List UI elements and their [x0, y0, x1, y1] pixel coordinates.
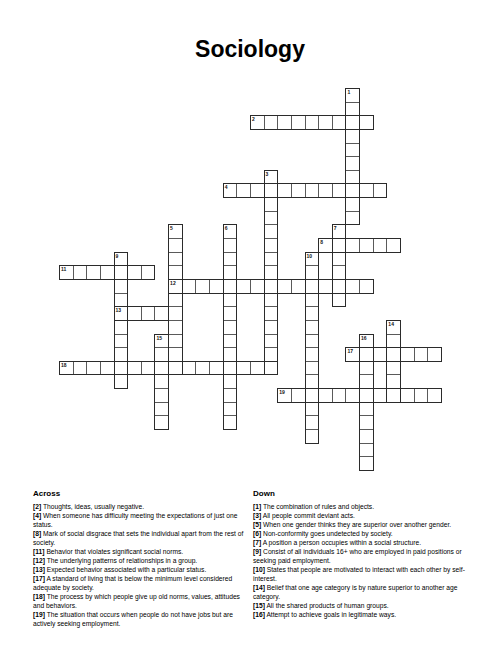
grid-cell[interactable] — [318, 279, 333, 294]
grid-cell[interactable] — [277, 279, 292, 294]
grid-cell[interactable] — [223, 183, 238, 198]
grid-cell[interactable] — [318, 388, 333, 403]
clue-item: [11] Behavior that violates significant … — [33, 547, 245, 556]
grid-cell[interactable] — [236, 183, 251, 198]
grid-cell[interactable] — [264, 224, 279, 239]
grid-cell[interactable] — [264, 279, 279, 294]
clue-text: Non-conformity goes undetected by societ… — [261, 530, 392, 537]
grid-cell[interactable] — [386, 238, 401, 253]
clue-number-label: [4] — [33, 512, 41, 519]
grid-cell[interactable] — [345, 129, 360, 144]
grid-cell[interactable] — [305, 402, 320, 417]
clue-text: A standard of living that is below the m… — [33, 575, 232, 591]
grid-cell[interactable] — [359, 238, 374, 253]
clue-number-label: [16] — [253, 611, 265, 618]
grid-cell[interactable] — [86, 265, 101, 280]
clue-number-label: [11] — [33, 548, 45, 555]
grid-cell[interactable] — [291, 183, 306, 198]
grid-cell[interactable] — [386, 388, 401, 403]
grid-cell[interactable] — [236, 279, 251, 294]
grid-cell[interactable] — [127, 265, 142, 280]
grid-cell[interactable] — [141, 265, 156, 280]
clue-number-label: [10] — [253, 566, 265, 573]
down-clues-list: [1] The combination of rules and objects… — [253, 502, 474, 619]
grid-cell[interactable] — [154, 388, 169, 403]
grid-cell[interactable] — [141, 306, 156, 321]
grid-cell[interactable] — [209, 279, 224, 294]
clue-item: [1] The combination of rules and objects… — [253, 502, 474, 511]
grid-cell[interactable] — [154, 306, 169, 321]
grid-cell[interactable] — [414, 388, 429, 403]
grid-cell[interactable] — [277, 183, 292, 198]
grid-cell[interactable] — [305, 361, 320, 376]
clue-text: Behavior that violates significant socia… — [45, 548, 184, 555]
clue-number-label: [2] — [33, 503, 41, 510]
grid-cell[interactable] — [209, 361, 224, 376]
grid-cell[interactable] — [264, 265, 279, 280]
grid-cell[interactable] — [114, 361, 129, 376]
grid-cell[interactable] — [345, 388, 360, 403]
grid-cell[interactable] — [386, 361, 401, 376]
clue-number-label: [18] — [33, 593, 45, 600]
grid-cell[interactable] — [345, 170, 360, 185]
clue-number-label: [5] — [253, 521, 261, 528]
clue-item: [19] The situation that occurs when peop… — [33, 610, 245, 628]
grid-cell[interactable] — [400, 347, 415, 362]
grid-cell[interactable] — [386, 320, 401, 335]
clue-item: [4] When someone has difficulty meeting … — [33, 511, 245, 529]
grid-cell[interactable] — [305, 388, 320, 403]
grid-cell[interactable] — [332, 224, 347, 239]
clue-number-label: [12] — [33, 557, 45, 564]
grid-cell[interactable] — [332, 388, 347, 403]
clue-item: [13] Expected behavior associated with a… — [33, 565, 245, 574]
grid-cell[interactable] — [359, 334, 374, 349]
grid-cell[interactable] — [305, 252, 320, 267]
clue-item: [12] The underlying patterns of relation… — [33, 556, 245, 565]
grid-cell[interactable] — [86, 361, 101, 376]
grid-cell[interactable] — [305, 320, 320, 335]
grid-cell[interactable] — [168, 238, 183, 253]
grid-cell[interactable] — [223, 320, 238, 335]
grid-cell[interactable] — [345, 143, 360, 158]
grid-cell[interactable] — [154, 374, 169, 389]
grid-cell[interactable] — [386, 374, 401, 389]
grid-cell[interactable] — [305, 265, 320, 280]
clue-text: The situation that occurs when people do… — [33, 611, 233, 627]
grid-cell[interactable] — [236, 361, 251, 376]
clue-number-label: [9] — [253, 548, 261, 555]
clue-item: [18] The process by which people give up… — [33, 592, 245, 610]
clue-number-label: [13] — [33, 566, 45, 573]
clue-number-label: [17] — [33, 575, 45, 582]
crossword-grid: 12345678910111213141516171819 — [59, 88, 444, 473]
grid-cell[interactable] — [305, 115, 320, 130]
grid-cell[interactable] — [291, 115, 306, 130]
grid-cell[interactable] — [168, 320, 183, 335]
grid-cell[interactable] — [345, 156, 360, 171]
grid-cell[interactable] — [250, 183, 265, 198]
grid-cell[interactable] — [114, 347, 129, 362]
grid-cell[interactable] — [168, 265, 183, 280]
clue-number-label: [6] — [253, 530, 261, 537]
grid-cell[interactable] — [154, 415, 169, 430]
grid-cell[interactable] — [73, 265, 88, 280]
clue-number-label: [14] — [253, 584, 265, 591]
clue-item: [2] Thoughts, ideas, usually negative. — [33, 502, 245, 511]
grid-cell[interactable] — [305, 374, 320, 389]
grid-cell[interactable] — [223, 293, 238, 308]
clue-item: [5] When one gender thinks they are supe… — [253, 520, 474, 529]
grid-cell[interactable] — [386, 347, 401, 362]
grid-cell[interactable] — [359, 415, 374, 430]
grid-cell[interactable] — [359, 443, 374, 458]
grid-cell[interactable] — [305, 334, 320, 349]
grid-cell[interactable] — [223, 224, 238, 239]
grid-cell[interactable] — [332, 183, 347, 198]
grid-cell[interactable] — [332, 238, 347, 253]
clue-number-label: [8] — [33, 530, 41, 537]
clue-item: [9] Consist of all individuals 16+ who a… — [253, 547, 474, 565]
grid-cell[interactable] — [427, 388, 442, 403]
grid-cell[interactable] — [277, 115, 292, 130]
clue-number-label: [7] — [253, 539, 261, 546]
grid-cell[interactable] — [386, 334, 401, 349]
grid-cell[interactable] — [223, 265, 238, 280]
clue-number-label: [19] — [33, 611, 45, 618]
grid-cell[interactable] — [359, 361, 374, 376]
down-clues-section: Down [1] The combination of rules and ob… — [253, 489, 474, 619]
grid-cell[interactable] — [332, 293, 347, 308]
grid-cell[interactable] — [223, 334, 238, 349]
across-header: Across — [33, 489, 245, 498]
clue-item: [14] Belief that one age category is by … — [253, 583, 474, 601]
grid-cell[interactable] — [127, 306, 142, 321]
puzzle-title: Sociology — [0, 36, 500, 63]
grid-cell[interactable] — [332, 115, 347, 130]
grid-cell[interactable] — [359, 388, 374, 403]
clue-item: [7] A position a person occupies within … — [253, 538, 474, 547]
grid-cell[interactable] — [305, 306, 320, 321]
grid-cell[interactable] — [345, 211, 360, 226]
grid-cell[interactable] — [318, 115, 333, 130]
grid-cell[interactable] — [359, 279, 374, 294]
grid-cell[interactable] — [168, 279, 183, 294]
grid-cell[interactable] — [250, 279, 265, 294]
grid-cell[interactable] — [182, 361, 197, 376]
grid-cell[interactable] — [141, 361, 156, 376]
grid-cell[interactable] — [250, 361, 265, 376]
grid-cell[interactable] — [359, 456, 374, 471]
grid-cell[interactable] — [114, 334, 129, 349]
grid-cell[interactable] — [305, 279, 320, 294]
grid-cell[interactable] — [182, 279, 197, 294]
grid-cell[interactable] — [373, 388, 388, 403]
grid-cell[interactable] — [264, 115, 279, 130]
grid-cell[interactable] — [223, 361, 238, 376]
across-clues-list: [2] Thoughts, ideas, usually negative.[4… — [33, 502, 245, 628]
grid-cell[interactable] — [223, 306, 238, 321]
grid-cell[interactable] — [305, 183, 320, 198]
grid-cell[interactable] — [73, 361, 88, 376]
grid-cell[interactable] — [223, 279, 238, 294]
grid-cell[interactable] — [154, 402, 169, 417]
grid-cell[interactable] — [264, 183, 279, 198]
across-clues-section: Across [2] Thoughts, ideas, usually nega… — [33, 489, 245, 628]
grid-cell[interactable] — [264, 197, 279, 212]
clue-text: Thoughts, ideas, usually negative. — [41, 503, 144, 510]
grid-cell[interactable] — [195, 361, 210, 376]
grid-cell[interactable] — [305, 293, 320, 308]
grid-cell[interactable] — [414, 347, 429, 362]
grid-cell[interactable] — [223, 415, 238, 430]
clue-text: When someone has difficulty meeting the … — [33, 512, 237, 528]
clue-number-label: [3] — [253, 512, 261, 519]
grid-cell[interactable] — [264, 334, 279, 349]
grid-cell[interactable] — [168, 347, 183, 362]
grid-cell[interactable] — [223, 402, 238, 417]
grid-cell[interactable] — [168, 252, 183, 267]
clue-item: [17] A standard of living that is below … — [33, 574, 245, 592]
grid-cell[interactable] — [154, 347, 169, 362]
grid-cell[interactable] — [168, 224, 183, 239]
grid-cell[interactable] — [223, 347, 238, 362]
clue-text: The combination of rules and objects. — [261, 503, 374, 510]
clue-text: Expected behavior associated with a part… — [45, 566, 206, 573]
grid-cell[interactable] — [168, 306, 183, 321]
grid-cell[interactable] — [223, 374, 238, 389]
grid-cell[interactable] — [427, 347, 442, 362]
grid-cell[interactable] — [100, 361, 115, 376]
clue-item: [10] States that people are motivated to… — [253, 565, 474, 583]
grid-cell[interactable] — [250, 115, 265, 130]
grid-cell[interactable] — [345, 102, 360, 117]
clue-item: [15] All the shared products of human gr… — [253, 601, 474, 610]
grid-cell[interactable] — [264, 293, 279, 308]
grid-cell[interactable] — [264, 306, 279, 321]
grid-cell[interactable] — [114, 293, 129, 308]
grid-cell[interactable] — [332, 252, 347, 267]
grid-cell[interactable] — [318, 238, 333, 253]
grid-cell[interactable] — [373, 238, 388, 253]
clue-text: When one gender thinks they are superior… — [261, 521, 451, 528]
grid-cell[interactable] — [291, 388, 306, 403]
grid-cell[interactable] — [277, 388, 292, 403]
clue-item: [16] Attempt to achieve goals in legitim… — [253, 610, 474, 619]
grid-cell[interactable] — [291, 279, 306, 294]
grid-cell[interactable] — [359, 374, 374, 389]
clue-number-label: [1] — [253, 503, 261, 510]
grid-cell[interactable] — [345, 279, 360, 294]
grid-cell[interactable] — [114, 374, 129, 389]
grid-cell[interactable] — [114, 252, 129, 267]
grid-cell[interactable] — [373, 183, 388, 198]
down-header: Down — [253, 489, 474, 498]
grid-cell[interactable] — [223, 252, 238, 267]
grid-cell[interactable] — [345, 238, 360, 253]
grid-cell[interactable] — [59, 361, 74, 376]
grid-cell[interactable] — [305, 429, 320, 444]
grid-cell[interactable] — [100, 265, 115, 280]
grid-cell[interactable] — [373, 347, 388, 362]
grid-cell[interactable] — [127, 361, 142, 376]
grid-cell[interactable] — [345, 197, 360, 212]
clue-text: Consist of all individuals 16+ who are e… — [253, 548, 462, 564]
grid-cell[interactable] — [154, 361, 169, 376]
grid-cell[interactable] — [332, 279, 347, 294]
grid-cell[interactable] — [264, 320, 279, 335]
clue-item: [3] All people commit deviant acts. — [253, 511, 474, 520]
grid-cell[interactable] — [359, 183, 374, 198]
grid-cell[interactable] — [264, 252, 279, 267]
grid-cell[interactable] — [223, 238, 238, 253]
clue-text: The underlying patterns of relationships… — [45, 557, 197, 564]
grid-cell[interactable] — [305, 415, 320, 430]
grid-cell[interactable] — [345, 183, 360, 198]
grid-cell[interactable] — [264, 211, 279, 226]
grid-cell[interactable] — [345, 88, 360, 103]
grid-cell[interactable] — [305, 347, 320, 362]
grid-cell[interactable] — [59, 265, 74, 280]
clue-text: The process by which people give up old … — [33, 593, 240, 609]
grid-cell[interactable] — [114, 320, 129, 335]
clue-text: All people commit deviant acts. — [261, 512, 355, 519]
clue-item: [6] Non-conformity goes undetected by so… — [253, 529, 474, 538]
grid-cell[interactable] — [264, 347, 279, 362]
grid-cell[interactable] — [114, 265, 129, 280]
clue-text: Belief that one age category is by natur… — [253, 584, 457, 600]
grid-cell[interactable] — [168, 334, 183, 349]
grid-cell[interactable] — [168, 361, 183, 376]
grid-cell[interactable] — [345, 347, 360, 362]
grid-cell[interactable] — [223, 388, 238, 403]
grid-cell[interactable] — [168, 293, 183, 308]
grid-cell[interactable] — [114, 306, 129, 321]
grid-cell[interactable] — [359, 402, 374, 417]
clue-number-label: [15] — [253, 602, 265, 609]
grid-cell[interactable] — [400, 388, 415, 403]
grid-cell[interactable] — [359, 347, 374, 362]
grid-cell[interactable] — [264, 361, 279, 376]
clue-text: Attempt to achieve goals in legitimate w… — [265, 611, 396, 618]
clue-item: [8] Mark of social disgrace that sets th… — [33, 529, 245, 547]
grid-cell[interactable] — [318, 183, 333, 198]
clue-text: States that people are motivated to inte… — [253, 566, 465, 582]
grid-cell[interactable] — [264, 238, 279, 253]
grid-cell[interactable] — [264, 170, 279, 185]
clue-text: A position a person occupies within a so… — [261, 539, 421, 546]
grid-cell[interactable] — [359, 115, 374, 130]
grid-cell[interactable] — [345, 115, 360, 130]
clue-text: All the shared products of human groups. — [265, 602, 389, 609]
clue-text: Mark of social disgrace that sets the in… — [33, 530, 243, 546]
grid-cell[interactable] — [154, 334, 169, 349]
grid-cell[interactable] — [332, 265, 347, 280]
grid-cell[interactable] — [359, 429, 374, 444]
grid-cell[interactable] — [195, 279, 210, 294]
